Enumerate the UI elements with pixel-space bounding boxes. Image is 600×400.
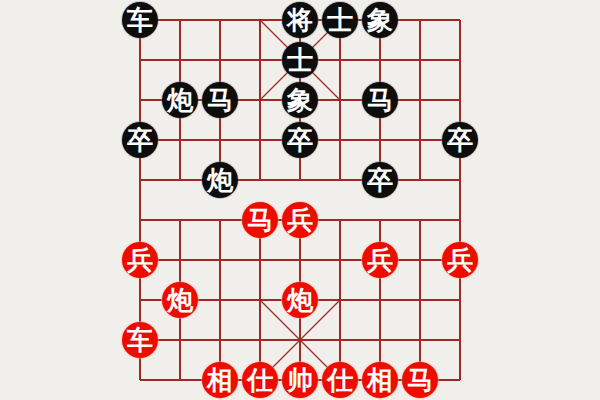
- piece-red-advisor[interactable]: 仕: [242, 362, 278, 398]
- xiangqi-board: 车将士象士炮马象马卒卒卒炮卒马兵兵兵兵炮炮车相仕帅仕相马: [120, 0, 480, 400]
- piece-red-elephant[interactable]: 相: [202, 362, 238, 398]
- piece-red-cannon[interactable]: 炮: [162, 282, 198, 318]
- piece-black-soldier[interactable]: 卒: [122, 122, 158, 158]
- piece-red-chariot[interactable]: 车: [122, 322, 158, 358]
- piece-black-advisor[interactable]: 士: [282, 42, 318, 78]
- piece-red-horse[interactable]: 马: [242, 202, 278, 238]
- piece-red-general[interactable]: 帅: [282, 362, 318, 398]
- app-screen: 车将士象士炮马象马卒卒卒炮卒马兵兵兵兵炮炮车相仕帅仕相马: [0, 0, 600, 400]
- piece-red-elephant[interactable]: 相: [362, 362, 398, 398]
- piece-red-horse[interactable]: 马: [402, 362, 438, 398]
- piece-black-elephant[interactable]: 象: [282, 82, 318, 118]
- piece-red-cannon[interactable]: 炮: [282, 282, 318, 318]
- piece-black-elephant[interactable]: 象: [362, 2, 398, 38]
- piece-black-soldier[interactable]: 卒: [362, 162, 398, 198]
- piece-red-soldier[interactable]: 兵: [362, 242, 398, 278]
- piece-black-cannon[interactable]: 炮: [162, 82, 198, 118]
- piece-black-cannon[interactable]: 炮: [202, 162, 238, 198]
- piece-black-general[interactable]: 将: [282, 2, 318, 38]
- piece-black-horse[interactable]: 马: [202, 82, 238, 118]
- piece-red-advisor[interactable]: 仕: [322, 362, 358, 398]
- piece-black-soldier[interactable]: 卒: [282, 122, 318, 158]
- piece-black-advisor[interactable]: 士: [322, 2, 358, 38]
- piece-black-soldier[interactable]: 卒: [442, 122, 478, 158]
- piece-red-soldier[interactable]: 兵: [122, 242, 158, 278]
- piece-red-soldier[interactable]: 兵: [442, 242, 478, 278]
- piece-black-horse[interactable]: 马: [362, 82, 398, 118]
- piece-red-soldier[interactable]: 兵: [282, 202, 318, 238]
- piece-black-chariot[interactable]: 车: [122, 2, 158, 38]
